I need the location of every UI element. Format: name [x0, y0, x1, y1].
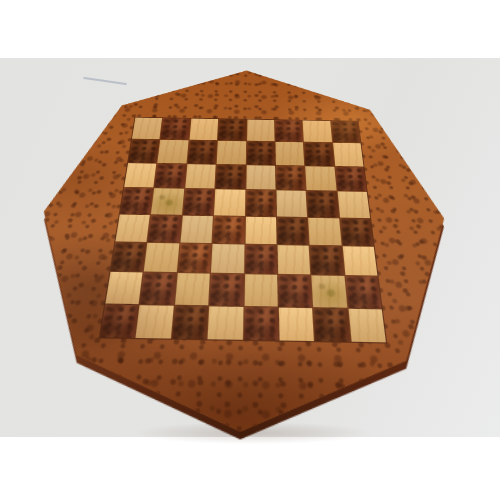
- square-g5: [307, 191, 339, 217]
- square-h8: [331, 121, 361, 143]
- square-e5: [245, 190, 275, 216]
- square-f3: [277, 245, 310, 275]
- square-g8: [303, 120, 332, 142]
- square-e1: [244, 307, 279, 341]
- square-d4: [213, 216, 245, 244]
- square-b8: [161, 118, 191, 140]
- square-c5: [183, 189, 215, 215]
- square-b6: [155, 164, 187, 189]
- square-f1: [279, 307, 314, 341]
- square-c2: [175, 273, 210, 305]
- square-a7: [128, 140, 159, 163]
- square-d8: [218, 119, 246, 141]
- square-b1: [136, 305, 174, 339]
- chessboard-grid: [99, 117, 388, 344]
- square-c4: [180, 215, 213, 243]
- square-f7: [275, 142, 304, 165]
- square-d7: [217, 141, 246, 164]
- square-c8: [189, 119, 218, 141]
- square-g6: [305, 166, 336, 191]
- square-h5: [337, 192, 370, 218]
- square-a5: [120, 188, 154, 214]
- square-b5: [151, 188, 184, 214]
- square-e8: [247, 119, 275, 141]
- square-d3: [211, 244, 244, 274]
- square-b2: [140, 273, 176, 305]
- square-a6: [124, 163, 156, 187]
- square-b3: [144, 243, 179, 273]
- square-g7: [304, 143, 334, 166]
- square-f6: [276, 166, 306, 191]
- square-e6: [246, 165, 275, 190]
- chessboard-table-top: [0, 68, 490, 436]
- square-h7: [333, 143, 364, 166]
- square-g4: [308, 217, 341, 245]
- square-f5: [276, 190, 307, 216]
- square-a8: [132, 118, 162, 140]
- square-f2: [278, 275, 312, 307]
- square-g3: [310, 246, 344, 276]
- photo-canvas: [0, 0, 500, 500]
- square-a3: [111, 242, 147, 272]
- square-c6: [185, 164, 216, 189]
- square-a4: [115, 214, 150, 242]
- square-c7: [187, 141, 217, 164]
- square-h6: [335, 167, 367, 192]
- square-c1: [172, 305, 209, 339]
- square-d1: [208, 306, 243, 340]
- square-h4: [340, 218, 374, 246]
- square-d6: [215, 165, 245, 190]
- square-g2: [312, 276, 347, 308]
- square-d2: [209, 274, 243, 306]
- square-h3: [342, 246, 377, 276]
- square-d5: [214, 189, 245, 215]
- square-a1: [100, 304, 139, 338]
- square-c3: [178, 243, 212, 273]
- square-e4: [245, 216, 276, 244]
- square-h1: [348, 308, 386, 342]
- square-e7: [246, 142, 275, 165]
- square-f4: [277, 217, 309, 245]
- square-e2: [244, 274, 278, 306]
- square-e3: [245, 244, 277, 274]
- square-a2: [105, 272, 142, 304]
- square-g1: [313, 308, 350, 342]
- square-f8: [275, 120, 303, 142]
- square-b4: [148, 215, 182, 243]
- square-b7: [158, 140, 189, 163]
- square-h2: [345, 276, 381, 308]
